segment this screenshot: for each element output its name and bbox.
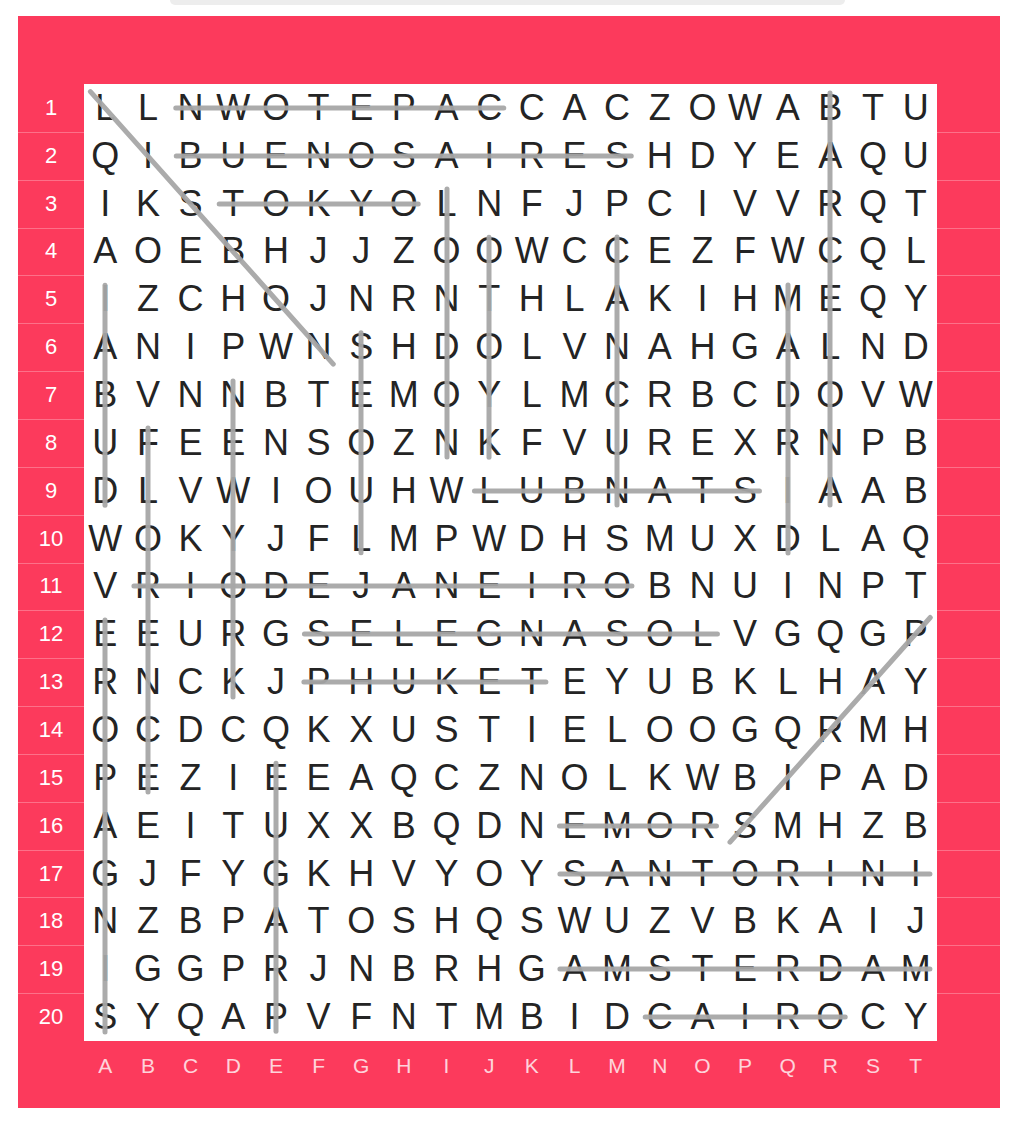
grid-cell-M18[interactable]: U <box>596 897 639 945</box>
grid-cell-D1[interactable]: W <box>212 84 255 132</box>
grid-cell-K7[interactable]: L <box>511 371 554 419</box>
grid-cell-Q17[interactable]: R <box>766 850 809 898</box>
grid-cell-I10[interactable]: P <box>425 515 468 563</box>
grid-cell-C5[interactable]: C <box>169 275 212 323</box>
grid-cell-K13[interactable]: T <box>511 658 554 706</box>
grid-cell-D2[interactable]: U <box>212 132 255 180</box>
grid-cell-J14[interactable]: T <box>468 706 511 754</box>
grid-cell-M7[interactable]: C <box>596 371 639 419</box>
grid-cell-L2[interactable]: E <box>553 132 596 180</box>
grid-cell-K1[interactable]: C <box>511 84 554 132</box>
grid-cell-H1[interactable]: P <box>383 84 426 132</box>
grid-cell-J1[interactable]: C <box>468 84 511 132</box>
grid-cell-D7[interactable]: N <box>212 371 255 419</box>
grid-cell-B16[interactable]: E <box>127 802 170 850</box>
grid-cell-H3[interactable]: O <box>383 180 426 228</box>
grid-cell-F15[interactable]: E <box>297 754 340 802</box>
grid-cell-I2[interactable]: A <box>425 132 468 180</box>
grid-cell-K6[interactable]: L <box>511 323 554 371</box>
grid-cell-S9[interactable]: A <box>852 467 895 515</box>
grid-cell-N11[interactable]: B <box>638 562 681 610</box>
grid-cell-D18[interactable]: P <box>212 897 255 945</box>
grid-cell-L7[interactable]: M <box>553 371 596 419</box>
grid-cell-D9[interactable]: W <box>212 467 255 515</box>
grid-cell-F18[interactable]: T <box>297 897 340 945</box>
grid-cell-H18[interactable]: S <box>383 897 426 945</box>
grid-cell-J16[interactable]: D <box>468 802 511 850</box>
grid-cell-R20[interactable]: O <box>809 993 852 1041</box>
grid-cell-B7[interactable]: V <box>127 371 170 419</box>
grid-cell-J18[interactable]: Q <box>468 897 511 945</box>
grid-cell-I20[interactable]: T <box>425 993 468 1041</box>
grid-cell-I9[interactable]: W <box>425 467 468 515</box>
grid-cell-D15[interactable]: I <box>212 754 255 802</box>
grid-cell-D17[interactable]: Y <box>212 850 255 898</box>
grid-cell-B18[interactable]: Z <box>127 897 170 945</box>
grid-cell-M15[interactable]: L <box>596 754 639 802</box>
grid-cell-N13[interactable]: U <box>638 658 681 706</box>
grid-cell-T4[interactable]: L <box>894 228 937 276</box>
grid-cell-C18[interactable]: B <box>169 897 212 945</box>
grid-cell-C11[interactable]: I <box>169 562 212 610</box>
grid-cell-G18[interactable]: O <box>340 897 383 945</box>
grid-cell-C4[interactable]: E <box>169 228 212 276</box>
grid-cell-H6[interactable]: H <box>383 323 426 371</box>
grid-cell-K4[interactable]: W <box>511 228 554 276</box>
grid-cell-S2[interactable]: Q <box>852 132 895 180</box>
grid-cell-M20[interactable]: D <box>596 993 639 1041</box>
grid-cell-A20[interactable]: S <box>84 993 127 1041</box>
grid-cell-Q1[interactable]: A <box>766 84 809 132</box>
grid-cell-B3[interactable]: K <box>127 180 170 228</box>
grid-cell-T10[interactable]: Q <box>894 515 937 563</box>
grid-cell-Q18[interactable]: K <box>766 897 809 945</box>
grid-cell-N6[interactable]: A <box>638 323 681 371</box>
grid-cell-M9[interactable]: N <box>596 467 639 515</box>
grid-cell-M10[interactable]: S <box>596 515 639 563</box>
grid-cell-R1[interactable]: B <box>809 84 852 132</box>
grid-cell-Q8[interactable]: R <box>766 419 809 467</box>
grid-cell-G16[interactable]: X <box>340 802 383 850</box>
grid-cell-C2[interactable]: B <box>169 132 212 180</box>
grid-cell-S4[interactable]: Q <box>852 228 895 276</box>
grid-cell-N1[interactable]: Z <box>638 84 681 132</box>
grid-cell-D13[interactable]: K <box>212 658 255 706</box>
grid-cell-Q9[interactable]: I <box>766 467 809 515</box>
grid-cell-J10[interactable]: W <box>468 515 511 563</box>
grid-cell-F5[interactable]: J <box>297 275 340 323</box>
grid-cell-G10[interactable]: L <box>340 515 383 563</box>
grid-cell-L5[interactable]: L <box>553 275 596 323</box>
grid-cell-D12[interactable]: R <box>212 610 255 658</box>
grid-cell-N17[interactable]: N <box>638 850 681 898</box>
grid-cell-N2[interactable]: H <box>638 132 681 180</box>
grid-cell-Q16[interactable]: M <box>766 802 809 850</box>
grid-cell-N9[interactable]: A <box>638 467 681 515</box>
grid-cell-A7[interactable]: B <box>84 371 127 419</box>
grid-cell-K20[interactable]: B <box>511 993 554 1041</box>
grid-cell-S10[interactable]: A <box>852 515 895 563</box>
grid-cell-O6[interactable]: H <box>681 323 724 371</box>
grid-cell-K12[interactable]: N <box>511 610 554 658</box>
grid-cell-E10[interactable]: J <box>255 515 298 563</box>
grid-cell-H2[interactable]: S <box>383 132 426 180</box>
grid-cell-A1[interactable]: L <box>84 84 127 132</box>
grid-cell-R19[interactable]: D <box>809 945 852 993</box>
grid-cell-A2[interactable]: Q <box>84 132 127 180</box>
grid-cell-N7[interactable]: R <box>638 371 681 419</box>
grid-cell-D11[interactable]: O <box>212 562 255 610</box>
grid-cell-H11[interactable]: A <box>383 562 426 610</box>
grid-cell-S1[interactable]: T <box>852 84 895 132</box>
grid-cell-E18[interactable]: A <box>255 897 298 945</box>
grid-cell-K15[interactable]: N <box>511 754 554 802</box>
grid-cell-B12[interactable]: E <box>127 610 170 658</box>
grid-cell-A11[interactable]: V <box>84 562 127 610</box>
grid-cell-D8[interactable]: E <box>212 419 255 467</box>
grid-cell-Q2[interactable]: E <box>766 132 809 180</box>
grid-cell-A10[interactable]: W <box>84 515 127 563</box>
grid-cell-G19[interactable]: N <box>340 945 383 993</box>
grid-cell-A8[interactable]: U <box>84 419 127 467</box>
grid-cell-Q11[interactable]: I <box>766 562 809 610</box>
grid-cell-P5[interactable]: H <box>724 275 767 323</box>
grid-cell-F16[interactable]: X <box>297 802 340 850</box>
grid-cell-L8[interactable]: V <box>553 419 596 467</box>
grid-cell-O9[interactable]: T <box>681 467 724 515</box>
grid-cell-R14[interactable]: R <box>809 706 852 754</box>
grid-cell-I8[interactable]: N <box>425 419 468 467</box>
grid-cell-P19[interactable]: E <box>724 945 767 993</box>
grid-cell-K3[interactable]: F <box>511 180 554 228</box>
grid-cell-J11[interactable]: E <box>468 562 511 610</box>
grid-cell-I17[interactable]: Y <box>425 850 468 898</box>
grid-cell-O12[interactable]: L <box>681 610 724 658</box>
grid-cell-D10[interactable]: Y <box>212 515 255 563</box>
grid-cell-G6[interactable]: S <box>340 323 383 371</box>
grid-cell-A12[interactable]: E <box>84 610 127 658</box>
grid-cell-K16[interactable]: N <box>511 802 554 850</box>
grid-cell-E13[interactable]: J <box>255 658 298 706</box>
grid-cell-L10[interactable]: H <box>553 515 596 563</box>
grid-cell-R8[interactable]: N <box>809 419 852 467</box>
grid-cell-S14[interactable]: M <box>852 706 895 754</box>
grid-cell-K5[interactable]: H <box>511 275 554 323</box>
grid-cell-I14[interactable]: S <box>425 706 468 754</box>
grid-cell-H19[interactable]: B <box>383 945 426 993</box>
grid-cell-H8[interactable]: Z <box>383 419 426 467</box>
grid-cell-S3[interactable]: Q <box>852 180 895 228</box>
grid-cell-N18[interactable]: Z <box>638 897 681 945</box>
grid-cell-S15[interactable]: A <box>852 754 895 802</box>
grid-cell-B2[interactable]: I <box>127 132 170 180</box>
grid-cell-S19[interactable]: A <box>852 945 895 993</box>
grid-cell-I6[interactable]: D <box>425 323 468 371</box>
grid-cell-C14[interactable]: D <box>169 706 212 754</box>
grid-cell-P12[interactable]: V <box>724 610 767 658</box>
grid-cell-C1[interactable]: N <box>169 84 212 132</box>
grid-cell-M3[interactable]: P <box>596 180 639 228</box>
grid-cell-H17[interactable]: V <box>383 850 426 898</box>
grid-cell-E11[interactable]: D <box>255 562 298 610</box>
grid-cell-S7[interactable]: V <box>852 371 895 419</box>
grid-cell-B4[interactable]: O <box>127 228 170 276</box>
grid-cell-I18[interactable]: H <box>425 897 468 945</box>
grid-cell-J3[interactable]: N <box>468 180 511 228</box>
grid-cell-H7[interactable]: M <box>383 371 426 419</box>
grid-cell-O2[interactable]: D <box>681 132 724 180</box>
grid-cell-H10[interactable]: M <box>383 515 426 563</box>
grid-cell-T14[interactable]: H <box>894 706 937 754</box>
grid-cell-J9[interactable]: L <box>468 467 511 515</box>
grid-cell-K14[interactable]: I <box>511 706 554 754</box>
grid-cell-B10[interactable]: O <box>127 515 170 563</box>
grid-cell-T2[interactable]: U <box>894 132 937 180</box>
grid-cell-P11[interactable]: U <box>724 562 767 610</box>
grid-cell-Q4[interactable]: W <box>766 228 809 276</box>
grid-cell-J13[interactable]: E <box>468 658 511 706</box>
grid-cell-B6[interactable]: N <box>127 323 170 371</box>
grid-cell-N20[interactable]: C <box>638 993 681 1041</box>
grid-cell-F2[interactable]: N <box>297 132 340 180</box>
grid-cell-K18[interactable]: S <box>511 897 554 945</box>
grid-cell-T1[interactable]: U <box>894 84 937 132</box>
grid-cell-O11[interactable]: N <box>681 562 724 610</box>
grid-cell-I7[interactable]: O <box>425 371 468 419</box>
grid-cell-I16[interactable]: Q <box>425 802 468 850</box>
grid-cell-C15[interactable]: Z <box>169 754 212 802</box>
grid-cell-B19[interactable]: G <box>127 945 170 993</box>
grid-cell-N10[interactable]: M <box>638 515 681 563</box>
grid-cell-K8[interactable]: F <box>511 419 554 467</box>
grid-cell-B20[interactable]: Y <box>127 993 170 1041</box>
grid-cell-E3[interactable]: O <box>255 180 298 228</box>
grid-cell-L13[interactable]: E <box>553 658 596 706</box>
grid-cell-P10[interactable]: X <box>724 515 767 563</box>
grid-cell-L20[interactable]: I <box>553 993 596 1041</box>
grid-cell-C8[interactable]: E <box>169 419 212 467</box>
grid-cell-F3[interactable]: K <box>297 180 340 228</box>
grid-cell-D16[interactable]: T <box>212 802 255 850</box>
grid-cell-C12[interactable]: U <box>169 610 212 658</box>
grid-cell-E12[interactable]: G <box>255 610 298 658</box>
grid-cell-A19[interactable]: I <box>84 945 127 993</box>
grid-cell-E6[interactable]: W <box>255 323 298 371</box>
grid-cell-C6[interactable]: I <box>169 323 212 371</box>
grid-cell-M6[interactable]: N <box>596 323 639 371</box>
grid-cell-C13[interactable]: C <box>169 658 212 706</box>
grid-cell-E17[interactable]: G <box>255 850 298 898</box>
grid-cell-Q5[interactable]: M <box>766 275 809 323</box>
grid-cell-J15[interactable]: Z <box>468 754 511 802</box>
grid-cell-R3[interactable]: R <box>809 180 852 228</box>
grid-cell-I4[interactable]: O <box>425 228 468 276</box>
grid-cell-T9[interactable]: B <box>894 467 937 515</box>
grid-cell-R10[interactable]: L <box>809 515 852 563</box>
grid-cell-E1[interactable]: O <box>255 84 298 132</box>
grid-cell-G8[interactable]: O <box>340 419 383 467</box>
grid-cell-B11[interactable]: R <box>127 562 170 610</box>
grid-cell-E8[interactable]: N <box>255 419 298 467</box>
grid-cell-F6[interactable]: N <box>297 323 340 371</box>
grid-cell-G14[interactable]: X <box>340 706 383 754</box>
grid-cell-S12[interactable]: G <box>852 610 895 658</box>
grid-cell-D5[interactable]: H <box>212 275 255 323</box>
grid-cell-J12[interactable]: G <box>468 610 511 658</box>
grid-cell-I1[interactable]: A <box>425 84 468 132</box>
grid-cell-G17[interactable]: H <box>340 850 383 898</box>
grid-cell-O17[interactable]: T <box>681 850 724 898</box>
grid-cell-C3[interactable]: S <box>169 180 212 228</box>
grid-cell-H9[interactable]: H <box>383 467 426 515</box>
grid-cell-O7[interactable]: B <box>681 371 724 419</box>
grid-cell-N19[interactable]: S <box>638 945 681 993</box>
grid-cell-F10[interactable]: F <box>297 515 340 563</box>
grid-cell-F20[interactable]: V <box>297 993 340 1041</box>
grid-cell-S6[interactable]: N <box>852 323 895 371</box>
grid-cell-R4[interactable]: C <box>809 228 852 276</box>
grid-cell-P2[interactable]: Y <box>724 132 767 180</box>
grid-cell-E19[interactable]: R <box>255 945 298 993</box>
grid-cell-C10[interactable]: K <box>169 515 212 563</box>
grid-cell-M17[interactable]: A <box>596 850 639 898</box>
grid-cell-N8[interactable]: R <box>638 419 681 467</box>
grid-cell-I3[interactable]: L <box>425 180 468 228</box>
grid-cell-H20[interactable]: N <box>383 993 426 1041</box>
grid-cell-P16[interactable]: S <box>724 802 767 850</box>
grid-cell-L3[interactable]: J <box>553 180 596 228</box>
grid-cell-S16[interactable]: Z <box>852 802 895 850</box>
grid-cell-S17[interactable]: N <box>852 850 895 898</box>
grid-cell-T11[interactable]: T <box>894 562 937 610</box>
grid-cell-D4[interactable]: B <box>212 228 255 276</box>
grid-cell-J5[interactable]: T <box>468 275 511 323</box>
grid-cell-T12[interactable]: P <box>894 610 937 658</box>
grid-cell-R18[interactable]: A <box>809 897 852 945</box>
grid-cell-E14[interactable]: Q <box>255 706 298 754</box>
grid-cell-R5[interactable]: E <box>809 275 852 323</box>
grid-cell-B9[interactable]: L <box>127 467 170 515</box>
grid-cell-A15[interactable]: P <box>84 754 127 802</box>
grid-cell-T16[interactable]: B <box>894 802 937 850</box>
grid-cell-D14[interactable]: C <box>212 706 255 754</box>
grid-cell-J4[interactable]: O <box>468 228 511 276</box>
grid-cell-B15[interactable]: E <box>127 754 170 802</box>
grid-cell-O5[interactable]: I <box>681 275 724 323</box>
grid-cell-J19[interactable]: H <box>468 945 511 993</box>
grid-cell-C9[interactable]: V <box>169 467 212 515</box>
grid-cell-L18[interactable]: W <box>553 897 596 945</box>
grid-cell-J8[interactable]: K <box>468 419 511 467</box>
grid-cell-S18[interactable]: I <box>852 897 895 945</box>
grid-cell-S11[interactable]: P <box>852 562 895 610</box>
grid-cell-G5[interactable]: N <box>340 275 383 323</box>
grid-cell-I19[interactable]: R <box>425 945 468 993</box>
grid-cell-G2[interactable]: O <box>340 132 383 180</box>
grid-cell-L9[interactable]: B <box>553 467 596 515</box>
grid-cell-F13[interactable]: P <box>297 658 340 706</box>
grid-cell-M11[interactable]: O <box>596 562 639 610</box>
grid-cell-S5[interactable]: Q <box>852 275 895 323</box>
grid-cell-M16[interactable]: M <box>596 802 639 850</box>
grid-cell-L15[interactable]: O <box>553 754 596 802</box>
grid-cell-H13[interactable]: U <box>383 658 426 706</box>
grid-cell-J7[interactable]: Y <box>468 371 511 419</box>
grid-cell-J6[interactable]: O <box>468 323 511 371</box>
grid-cell-T8[interactable]: B <box>894 419 937 467</box>
grid-cell-T5[interactable]: Y <box>894 275 937 323</box>
grid-cell-H16[interactable]: B <box>383 802 426 850</box>
grid-cell-T18[interactable]: J <box>894 897 937 945</box>
grid-cell-K10[interactable]: D <box>511 515 554 563</box>
grid-cell-A14[interactable]: O <box>84 706 127 754</box>
grid-cell-E7[interactable]: B <box>255 371 298 419</box>
grid-cell-L1[interactable]: A <box>553 84 596 132</box>
grid-cell-I13[interactable]: K <box>425 658 468 706</box>
grid-cell-D3[interactable]: T <box>212 180 255 228</box>
grid-cell-G4[interactable]: J <box>340 228 383 276</box>
grid-cell-E4[interactable]: H <box>255 228 298 276</box>
grid-cell-N3[interactable]: C <box>638 180 681 228</box>
grid-cell-N5[interactable]: K <box>638 275 681 323</box>
grid-cell-G12[interactable]: E <box>340 610 383 658</box>
grid-cell-C16[interactable]: I <box>169 802 212 850</box>
grid-cell-N16[interactable]: O <box>638 802 681 850</box>
grid-cell-J17[interactable]: O <box>468 850 511 898</box>
grid-cell-K9[interactable]: U <box>511 467 554 515</box>
grid-cell-Q6[interactable]: A <box>766 323 809 371</box>
grid-cell-T7[interactable]: W <box>894 371 937 419</box>
grid-cell-E20[interactable]: P <box>255 993 298 1041</box>
grid-cell-T3[interactable]: T <box>894 180 937 228</box>
grid-cell-Q7[interactable]: D <box>766 371 809 419</box>
grid-cell-O10[interactable]: U <box>681 515 724 563</box>
grid-cell-N15[interactable]: K <box>638 754 681 802</box>
grid-cell-A17[interactable]: G <box>84 850 127 898</box>
grid-cell-B5[interactable]: Z <box>127 275 170 323</box>
grid-cell-K19[interactable]: G <box>511 945 554 993</box>
grid-cell-J2[interactable]: I <box>468 132 511 180</box>
grid-cell-A18[interactable]: N <box>84 897 127 945</box>
grid-cell-G1[interactable]: E <box>340 84 383 132</box>
grid-cell-L17[interactable]: S <box>553 850 596 898</box>
grid-cell-E15[interactable]: E <box>255 754 298 802</box>
grid-cell-G7[interactable]: E <box>340 371 383 419</box>
grid-cell-G9[interactable]: U <box>340 467 383 515</box>
grid-cell-F19[interactable]: J <box>297 945 340 993</box>
grid-cell-F12[interactable]: S <box>297 610 340 658</box>
grid-cell-F4[interactable]: J <box>297 228 340 276</box>
grid-cell-C19[interactable]: G <box>169 945 212 993</box>
grid-cell-L11[interactable]: R <box>553 562 596 610</box>
grid-cell-S20[interactable]: C <box>852 993 895 1041</box>
grid-cell-S13[interactable]: A <box>852 658 895 706</box>
grid-cell-N4[interactable]: E <box>638 228 681 276</box>
grid-cell-D20[interactable]: A <box>212 993 255 1041</box>
grid-cell-E5[interactable]: O <box>255 275 298 323</box>
grid-cell-P18[interactable]: B <box>724 897 767 945</box>
grid-cell-M13[interactable]: Y <box>596 658 639 706</box>
grid-cell-M8[interactable]: U <box>596 419 639 467</box>
grid-cell-O19[interactable]: T <box>681 945 724 993</box>
grid-cell-P1[interactable]: W <box>724 84 767 132</box>
grid-cell-E9[interactable]: I <box>255 467 298 515</box>
grid-cell-O1[interactable]: O <box>681 84 724 132</box>
grid-cell-D19[interactable]: P <box>212 945 255 993</box>
grid-cell-B13[interactable]: N <box>127 658 170 706</box>
grid-cell-A16[interactable]: A <box>84 802 127 850</box>
grid-cell-H12[interactable]: L <box>383 610 426 658</box>
